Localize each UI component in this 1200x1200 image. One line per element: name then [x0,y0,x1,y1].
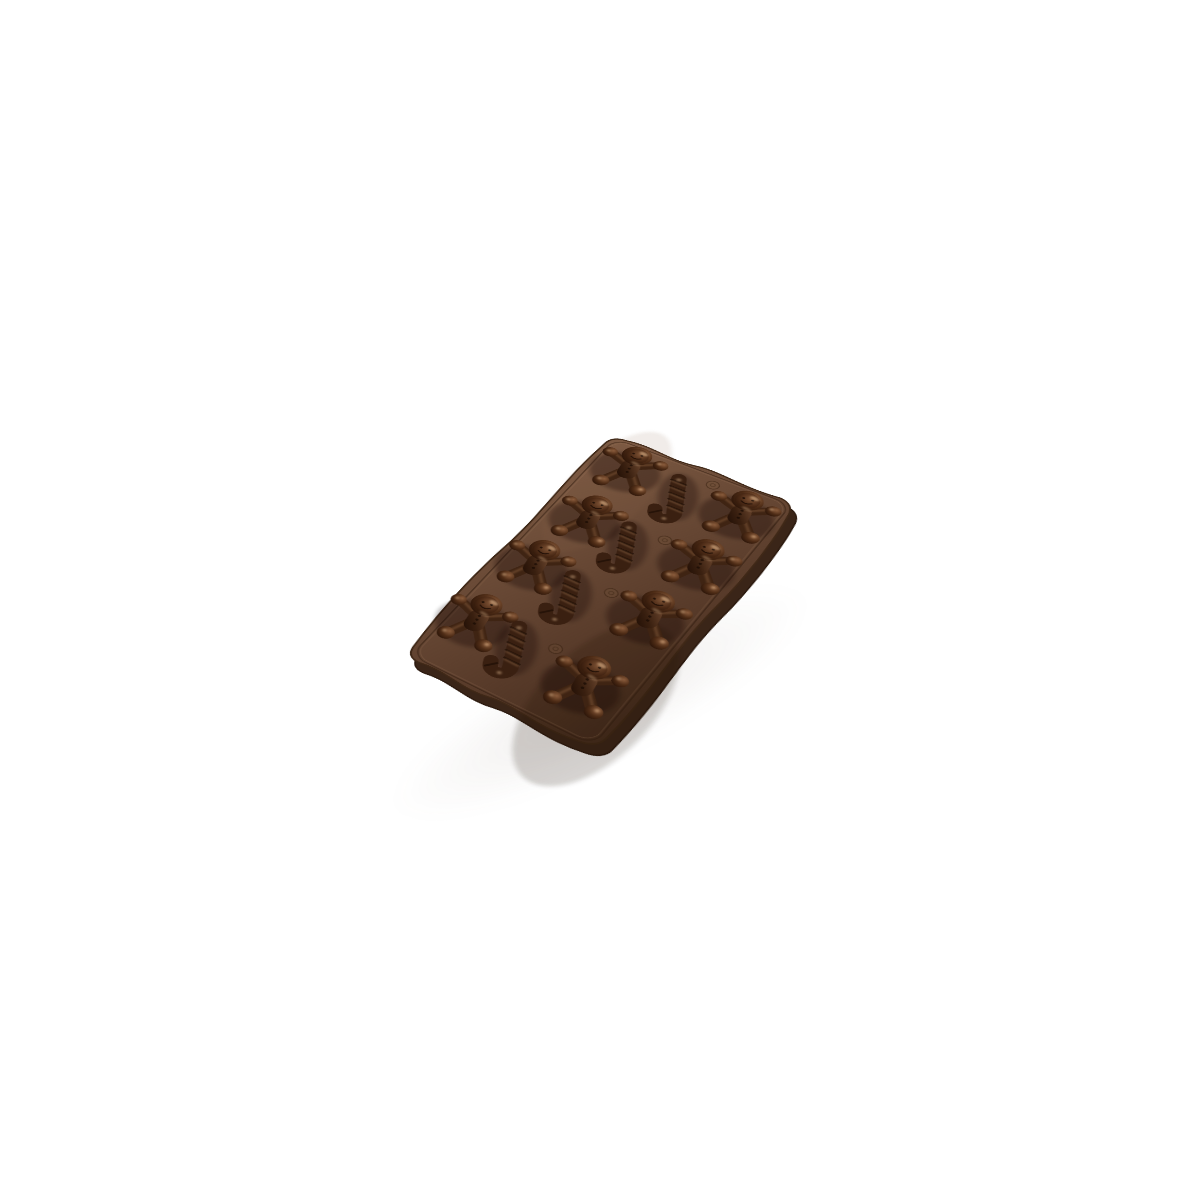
silicone-chocolate-mold [396,430,806,758]
product-photo-stage [0,0,1200,1200]
